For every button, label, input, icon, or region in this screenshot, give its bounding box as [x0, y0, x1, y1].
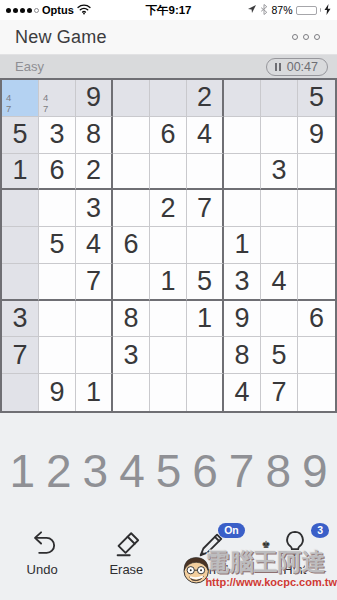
cell-r3c6[interactable]	[187, 154, 224, 191]
given-digit: 7	[271, 379, 286, 406]
cell-r3c1[interactable]: 1	[2, 154, 39, 191]
cell-r5c1[interactable]	[2, 227, 39, 264]
cell-r8c1[interactable]: 7	[2, 337, 39, 374]
difficulty-label: Easy	[15, 59, 44, 74]
given-digit: 9	[86, 84, 101, 111]
cell-r7c4[interactable]: 8	[113, 301, 150, 338]
cell-r5c4[interactable]: 6	[113, 227, 150, 264]
lightbulb-icon	[279, 529, 311, 559]
cell-r4c9[interactable]	[298, 190, 335, 227]
cell-r7c1[interactable]: 3	[2, 301, 39, 338]
undo-button[interactable]: Undo	[0, 521, 84, 577]
menu-ellipsis-button[interactable]	[290, 30, 322, 44]
toolbar: Undo Erase Pencil On	[0, 521, 337, 577]
cell-r7c6[interactable]: 1	[187, 301, 224, 338]
given-digit: 3	[86, 195, 101, 222]
cell-r6c9[interactable]	[298, 264, 335, 301]
numpad-key-5[interactable]: 5	[150, 448, 187, 494]
cell-r3c5[interactable]	[150, 154, 187, 191]
signal-strength-icon	[6, 8, 39, 13]
eraser-icon	[110, 529, 142, 559]
cell-r9c6[interactable]	[187, 374, 224, 411]
undo-label: Undo	[27, 562, 58, 577]
given-digit: 4	[86, 231, 101, 258]
erase-button[interactable]: Erase	[84, 521, 168, 577]
given-digit: 5	[271, 342, 286, 369]
cell-r9c9[interactable]	[298, 374, 335, 411]
cell-r9c7[interactable]: 4	[224, 374, 261, 411]
hint-label: Hint	[283, 562, 306, 577]
cell-r3c3[interactable]: 2	[76, 154, 113, 191]
cell-r9c4[interactable]	[113, 374, 150, 411]
cell-r5c3[interactable]: 4	[76, 227, 113, 264]
cell-r6c3[interactable]: 7	[76, 264, 113, 301]
cell-r7c5[interactable]	[150, 301, 187, 338]
numpad-key-3[interactable]: 3	[77, 448, 114, 494]
carrier-label: Optus	[42, 4, 74, 16]
cell-r5c6[interactable]	[187, 227, 224, 264]
cell-r9c2[interactable]: 9	[39, 374, 76, 411]
given-digit: 5	[309, 84, 324, 111]
cell-r3c2[interactable]: 6	[39, 154, 76, 191]
cell-r4c1[interactable]	[2, 190, 39, 227]
given-digit: 1	[12, 157, 27, 184]
pencil-toggle-button[interactable]: Pencil On	[169, 521, 253, 577]
cell-r1c5[interactable]	[150, 80, 187, 117]
cell-r6c7[interactable]: 3	[224, 264, 261, 301]
cell-r5c5[interactable]	[150, 227, 187, 264]
battery-percent-label: 87%	[271, 4, 292, 16]
given-digit: 8	[234, 342, 249, 369]
given-digit: 8	[86, 121, 101, 148]
cell-r1c9[interactable]: 5	[298, 80, 335, 117]
cell-r6c8[interactable]: 4	[261, 264, 298, 301]
numpad-key-9[interactable]: 9	[297, 448, 334, 494]
cell-r9c3[interactable]: 1	[76, 374, 113, 411]
given-digit: 7	[197, 195, 212, 222]
cell-r4c7[interactable]	[224, 190, 261, 227]
cell-r5c2[interactable]: 5	[39, 227, 76, 264]
numpad-key-7[interactable]: 7	[223, 448, 260, 494]
given-digit: 3	[234, 268, 249, 295]
cell-r6c4[interactable]	[113, 264, 150, 301]
game-info-bar: Easy 00:47	[0, 55, 337, 78]
title-bar: New Game	[0, 20, 337, 55]
cell-r3c8[interactable]: 3	[261, 154, 298, 191]
given-digit: 2	[197, 84, 212, 111]
watermark-url: http://www.kocpc.com.tw	[205, 576, 337, 588]
numpad-key-6[interactable]: 6	[187, 448, 224, 494]
cell-r1c1[interactable]: 47	[2, 80, 39, 117]
number-pad: 123456789	[0, 427, 337, 515]
given-digit: 5	[197, 268, 212, 295]
cell-r9c1[interactable]	[2, 374, 39, 411]
given-digit: 1	[234, 231, 249, 258]
cell-r9c8[interactable]: 7	[261, 374, 298, 411]
cell-r1c6[interactable]: 2	[187, 80, 224, 117]
cell-r2c5[interactable]: 6	[150, 117, 187, 154]
given-digit: 2	[86, 157, 101, 184]
cell-r8c5[interactable]	[150, 337, 187, 374]
undo-arrow-icon	[26, 529, 58, 559]
numpad-key-4[interactable]: 4	[114, 448, 151, 494]
pencil-label: Pencil	[193, 562, 228, 577]
cell-r7c8[interactable]	[261, 301, 298, 338]
pause-timer-button[interactable]: 00:47	[266, 58, 328, 76]
given-digit: 4	[197, 121, 212, 148]
hint-button[interactable]: Hint 3	[253, 521, 337, 577]
cell-r7c3[interactable]	[76, 301, 113, 338]
cell-r1c4[interactable]	[113, 80, 150, 117]
cell-r2c6[interactable]: 4	[187, 117, 224, 154]
sudoku-board: 4747925538649162332754617153438196738591…	[0, 78, 337, 413]
cell-r1c3[interactable]: 9	[76, 80, 113, 117]
cell-r8c7[interactable]: 8	[224, 337, 261, 374]
cell-r4c5[interactable]: 2	[150, 190, 187, 227]
cell-r5c7[interactable]: 1	[224, 227, 261, 264]
given-digit: 9	[49, 379, 64, 406]
pencil-marks: 47	[3, 81, 37, 115]
location-arrow-icon	[247, 4, 257, 16]
erase-label: Erase	[109, 562, 143, 577]
cell-r8c8[interactable]: 5	[261, 337, 298, 374]
cell-r4c3[interactable]: 3	[76, 190, 113, 227]
pencil-marks: 47	[40, 81, 74, 115]
given-digit: 8	[123, 305, 138, 332]
given-digit: 6	[49, 157, 64, 184]
status-bar: Optus 下午9:17 87%	[0, 0, 337, 20]
cell-r8c4[interactable]: 3	[113, 337, 150, 374]
cell-r4c8[interactable]	[261, 190, 298, 227]
wifi-icon	[77, 4, 91, 17]
given-digit: 4	[271, 268, 286, 295]
given-digit: 5	[49, 231, 64, 258]
bluetooth-icon	[260, 4, 268, 17]
cell-r7c9[interactable]: 6	[298, 301, 335, 338]
given-digit: 7	[86, 268, 101, 295]
cell-r8c3[interactable]	[76, 337, 113, 374]
given-digit: 3	[271, 157, 286, 184]
cell-r1c8[interactable]	[261, 80, 298, 117]
cell-r7c2[interactable]	[39, 301, 76, 338]
given-digit: 1	[160, 268, 175, 295]
given-digit: 1	[86, 379, 101, 406]
timer-label: 00:47	[287, 60, 318, 74]
cell-r6c2[interactable]	[39, 264, 76, 301]
cell-r2c4[interactable]	[113, 117, 150, 154]
cell-r3c7[interactable]	[224, 154, 261, 191]
numpad-key-1[interactable]: 1	[4, 448, 41, 494]
page-title: New Game	[15, 27, 107, 48]
cell-r8c2[interactable]	[39, 337, 76, 374]
cell-r4c6[interactable]: 7	[187, 190, 224, 227]
cell-r2c8[interactable]	[261, 117, 298, 154]
sudoku-app-screen: Optus 下午9:17 87%	[0, 0, 337, 600]
cell-r5c9[interactable]	[298, 227, 335, 264]
given-digit: 3	[49, 121, 64, 148]
given-digit: 2	[160, 195, 175, 222]
cell-r6c1[interactable]	[2, 264, 39, 301]
given-digit: 1	[197, 305, 212, 332]
cell-r6c5[interactable]: 1	[150, 264, 187, 301]
cell-r2c9[interactable]: 9	[298, 117, 335, 154]
cell-r8c9[interactable]	[298, 337, 335, 374]
given-digit: 7	[12, 342, 27, 369]
cell-r2c3[interactable]: 8	[76, 117, 113, 154]
cell-r6c6[interactable]: 5	[187, 264, 224, 301]
cell-r1c7[interactable]	[224, 80, 261, 117]
pencil-on-badge: On	[218, 523, 245, 538]
given-digit: 9	[234, 305, 249, 332]
cell-r7c7[interactable]: 9	[224, 301, 261, 338]
cell-r4c2[interactable]	[39, 190, 76, 227]
given-digit: 5	[12, 121, 27, 148]
pause-icon	[275, 63, 281, 71]
given-digit: 3	[12, 305, 27, 332]
given-digit: 6	[309, 305, 324, 332]
given-digit: 9	[309, 121, 324, 148]
cell-r5c8[interactable]	[261, 227, 298, 264]
given-digit: 3	[123, 342, 138, 369]
clock-label: 下午9:17	[124, 3, 213, 18]
numpad-key-2[interactable]: 2	[41, 448, 78, 494]
hint-count-badge: 3	[311, 523, 329, 538]
given-digit: 6	[160, 121, 175, 148]
cell-r2c1[interactable]: 5	[2, 117, 39, 154]
cell-r9c5[interactable]	[150, 374, 187, 411]
given-digit: 4	[234, 379, 249, 406]
cell-r2c2[interactable]: 3	[39, 117, 76, 154]
given-digit: 6	[123, 231, 138, 258]
cell-r1c2[interactable]: 47	[39, 80, 76, 117]
cell-r4c4[interactable]	[113, 190, 150, 227]
numpad-key-8[interactable]: 8	[260, 448, 297, 494]
cell-r3c4[interactable]	[113, 154, 150, 191]
charging-bolt-icon	[324, 4, 331, 17]
cell-r8c6[interactable]	[187, 337, 224, 374]
cell-r2c7[interactable]	[224, 117, 261, 154]
battery-icon	[296, 6, 317, 15]
cell-r3c9[interactable]	[298, 154, 335, 191]
